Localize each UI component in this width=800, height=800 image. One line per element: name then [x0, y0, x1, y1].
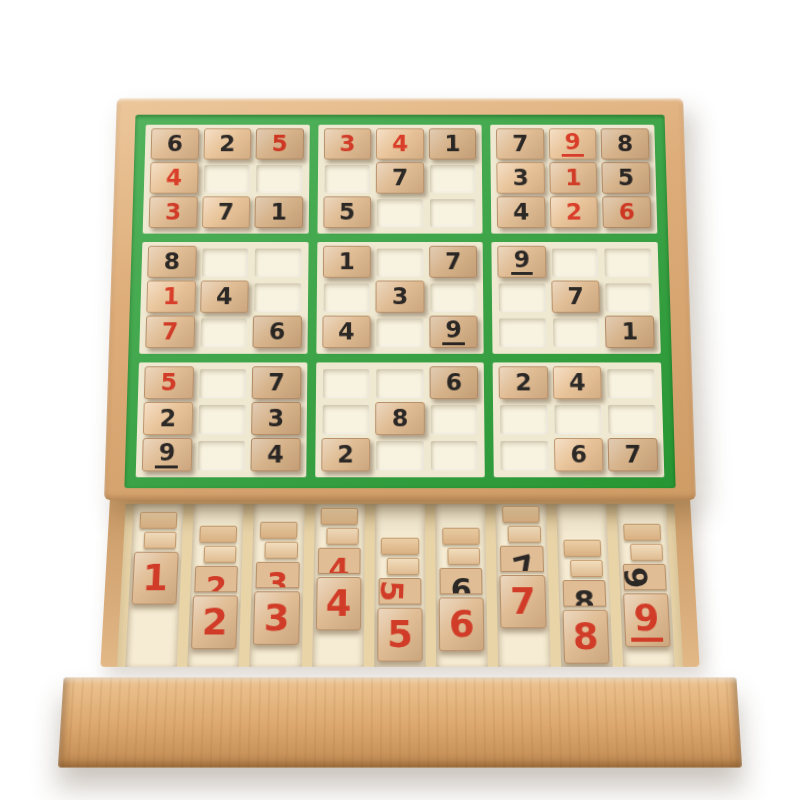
drawer-front-handle[interactable] — [58, 677, 742, 767]
board-cell-r5c1[interactable]: 1 — [147, 283, 194, 311]
board-cell-r8c1[interactable]: 2 — [144, 405, 192, 434]
board-cell-r4c6[interactable]: 7 — [430, 249, 477, 277]
board-cell-r4c4[interactable]: 1 — [324, 249, 370, 277]
tile-number: 7 — [510, 583, 536, 620]
drawer-slot-2: 22 — [187, 504, 244, 667]
number-tile[interactable]: 4 — [150, 162, 199, 193]
stacked-number-tile[interactable]: 5 — [378, 578, 421, 605]
board-cell-r4c3[interactable] — [255, 249, 302, 277]
sudoku-box: 971 — [492, 242, 661, 354]
board-cell-r1c6[interactable]: 1 — [430, 131, 476, 158]
tile-number: 7 — [162, 320, 179, 343]
sudoku-box: 17349 — [316, 242, 484, 354]
board-cell-r2c6[interactable] — [430, 165, 476, 193]
tile-number: 5 — [160, 371, 177, 394]
board-cell-r9c4[interactable]: 2 — [322, 441, 369, 470]
board-cell-r4c1[interactable]: 8 — [148, 249, 195, 277]
tile-number: 1 — [565, 167, 582, 189]
board-cell-r9c6[interactable] — [431, 441, 479, 470]
tile-number: 5 — [339, 201, 355, 223]
tile-number: 7 — [218, 201, 235, 223]
blank-wood-block[interactable] — [381, 538, 419, 555]
board-cell-r4c2[interactable] — [201, 249, 248, 277]
tile-number: 3 — [268, 407, 285, 430]
board-wooden-frame: 6254371341757983154268147617349971572394… — [104, 98, 696, 500]
board-cell-r3c5[interactable] — [377, 199, 423, 227]
board-cell-r7c3[interactable]: 7 — [253, 369, 300, 398]
drawer-interior: 12233445566778899 — [117, 504, 683, 667]
number-tile[interactable]: 1 — [549, 162, 597, 193]
tile-number: 5 — [387, 616, 413, 653]
board-cell-r4c7[interactable]: 9 — [499, 249, 546, 277]
tile-number: 7 — [392, 167, 408, 189]
tile-number: 6 — [449, 606, 475, 643]
board-cell-r2c1[interactable]: 4 — [151, 165, 198, 193]
tile-number: 2 — [159, 407, 176, 430]
number-tile[interactable]: 4 — [322, 316, 371, 348]
sudoku-box: 34175 — [317, 125, 483, 234]
number-tile[interactable]: 2 — [499, 366, 548, 399]
drawer-slot-9: 99 — [616, 504, 675, 667]
blank-wood-block[interactable] — [260, 522, 298, 539]
front-number-tile[interactable]: 7 — [500, 575, 546, 628]
board-cell-r5c4[interactable] — [323, 283, 370, 311]
board-cell-r7c7[interactable]: 2 — [500, 369, 547, 398]
tile-number: 3 — [339, 133, 355, 155]
board-cell-r8c7[interactable] — [500, 405, 548, 434]
drawer-slot-4: 44 — [312, 504, 365, 667]
tile-number: 3 — [263, 599, 290, 636]
board-cell-r1c3[interactable]: 5 — [257, 131, 303, 158]
blank-wood-block[interactable] — [199, 526, 237, 543]
board-cell-r9c5[interactable] — [376, 441, 423, 470]
number-tile[interactable]: 9 — [549, 128, 597, 159]
tile-number: 1 — [621, 320, 638, 343]
board-cell-r7c5[interactable] — [376, 369, 423, 398]
number-tile[interactable]: 7 — [496, 128, 544, 159]
tile-number: 2 — [515, 371, 532, 394]
number-tile[interactable]: 6 — [253, 316, 302, 348]
board-cell-r6c4[interactable]: 4 — [323, 318, 370, 347]
tile-number: 6 — [166, 133, 183, 155]
sudoku-box: 798315426 — [491, 125, 658, 234]
front-number-tile[interactable]: 9 — [623, 593, 671, 647]
board-cell-r1c4[interactable]: 3 — [325, 131, 371, 158]
number-tile[interactable]: 5 — [323, 196, 371, 228]
board-cell-r1c5[interactable]: 4 — [377, 131, 423, 158]
tile-number: 3 — [165, 201, 182, 223]
board-cell-r3c4[interactable]: 5 — [324, 199, 370, 227]
drawer-slot-6: 66 — [435, 504, 488, 667]
number-tile[interactable]: 3 — [251, 402, 301, 435]
tile-number: 5 — [271, 133, 287, 155]
drawer-slot-8: 88 — [556, 504, 613, 667]
tile-number: 6 — [269, 320, 286, 343]
number-tile[interactable]: 8 — [601, 128, 649, 159]
tile-number: 9 — [511, 249, 533, 275]
blank-wood-block[interactable] — [139, 512, 177, 529]
tile-number: 3 — [513, 167, 529, 189]
blank-wood-block[interactable] — [563, 540, 601, 557]
blank-wood-block[interactable] — [448, 548, 481, 565]
board-cell-r3c2[interactable]: 7 — [203, 199, 250, 227]
stacked-number-tile[interactable]: 4 — [317, 548, 360, 574]
sudoku-box: 682 — [315, 362, 485, 477]
tile-number: 7 — [512, 133, 528, 155]
blank-wood-block[interactable] — [442, 528, 480, 545]
number-tile[interactable]: 9 — [142, 438, 192, 471]
tile-number: 5 — [387, 580, 412, 602]
blank-wood-block[interactable] — [570, 560, 603, 577]
number-tile[interactable]: 3 — [324, 128, 372, 159]
drawer-slot-5: 55 — [374, 504, 426, 667]
number-tile[interactable]: 7 — [429, 246, 477, 278]
number-tile[interactable]: 2 — [321, 438, 371, 471]
sudoku-box: 6254371 — [143, 125, 310, 234]
sudoku-box: 572394 — [136, 362, 307, 477]
board-cell-r8c2[interactable] — [198, 405, 246, 434]
board-cell-r1c2[interactable]: 2 — [204, 131, 250, 158]
tile-number: 4 — [569, 371, 586, 394]
sudoku-box: 81476 — [139, 242, 308, 354]
number-tile[interactable]: 5 — [602, 162, 651, 193]
tile-drawer[interactable]: 12233445566778899 — [95, 498, 706, 768]
board-cell-r7c6[interactable]: 6 — [430, 369, 477, 398]
board-cell-r5c8[interactable]: 7 — [552, 283, 599, 311]
board-cell-r6c1[interactable]: 7 — [146, 318, 193, 347]
board-cell-r5c9[interactable] — [606, 283, 653, 311]
tile-number: 1 — [142, 560, 169, 597]
number-tile[interactable]: 7 — [145, 316, 194, 348]
board-cell-r2c5[interactable]: 7 — [377, 165, 423, 193]
tile-number: 4 — [513, 201, 529, 223]
board-cell-r5c6[interactable] — [430, 283, 477, 311]
tile-number: 9 — [631, 565, 658, 589]
tile-number: 9 — [562, 131, 584, 157]
number-tile[interactable]: 7 — [252, 366, 301, 399]
tile-number: 4 — [328, 549, 349, 573]
blank-wood-block[interactable] — [630, 544, 663, 561]
number-tile[interactable]: 4 — [200, 281, 249, 313]
front-number-tile[interactable]: 5 — [377, 608, 423, 662]
tile-number: 4 — [216, 285, 233, 308]
front-number-tile[interactable]: 4 — [316, 577, 362, 630]
number-tile[interactable]: 5 — [256, 128, 304, 159]
front-number-tile[interactable]: 6 — [439, 597, 485, 651]
tile-number: 8 — [573, 581, 595, 606]
board-cell-r1c7[interactable]: 7 — [497, 131, 543, 158]
blank-wood-block[interactable] — [326, 528, 359, 545]
board-cell-r2c9[interactable]: 5 — [603, 165, 650, 193]
tile-number: 6 — [450, 569, 472, 593]
sudoku-board: 6254371341757983154268147617349971572394… — [104, 98, 696, 500]
blank-wood-block[interactable] — [321, 508, 358, 525]
tile-number: 2 — [205, 567, 227, 591]
tile-number: 9 — [442, 318, 464, 345]
number-tile[interactable]: 6 — [429, 366, 478, 399]
tile-number: 2 — [566, 201, 583, 223]
tile-number: 5 — [618, 167, 635, 189]
number-tile[interactable]: 7 — [608, 438, 658, 471]
blank-wood-block[interactable] — [204, 546, 237, 563]
board-cell-r6c2[interactable] — [200, 318, 247, 347]
number-tile[interactable]: 4 — [376, 128, 424, 159]
board-cell-r6c7[interactable] — [499, 318, 546, 347]
board-cell-r5c2[interactable]: 4 — [201, 283, 248, 311]
board-cell-r6c3[interactable]: 6 — [254, 318, 301, 347]
tile-number: 2 — [201, 604, 228, 641]
stacked-number-tile[interactable]: 6 — [440, 568, 483, 594]
tile-number: 7 — [624, 443, 641, 467]
tile-number: 3 — [392, 285, 408, 308]
number-tile[interactable]: 7 — [551, 281, 600, 313]
tile-number: 6 — [570, 443, 587, 467]
front-number-tile[interactable]: 3 — [253, 591, 299, 645]
stacked-number-tile[interactable]: 3 — [256, 562, 299, 588]
tile-number: 2 — [337, 443, 354, 467]
board-cell-r3c3[interactable]: 1 — [255, 199, 301, 227]
tile-number: 6 — [619, 201, 636, 223]
tile-number: 7 — [567, 285, 584, 308]
stacked-number-tile[interactable]: 9 — [623, 564, 667, 590]
board-cell-r4c5[interactable] — [377, 249, 423, 277]
board-cell-r8c5[interactable]: 8 — [376, 405, 423, 434]
board-cell-r2c8[interactable]: 1 — [550, 165, 596, 193]
board-cell-r3c1[interactable]: 3 — [150, 199, 197, 227]
tile-number: 1 — [444, 133, 460, 155]
number-tile[interactable]: 3 — [497, 162, 545, 193]
board-cell-r2c7[interactable]: 3 — [498, 165, 544, 193]
tile-number: 1 — [271, 201, 287, 223]
board-cell-r7c9[interactable] — [607, 369, 655, 398]
board-cell-r8c4[interactable] — [322, 405, 369, 434]
tile-number: 8 — [163, 250, 180, 273]
number-tile[interactable]: 1 — [323, 246, 371, 278]
tile-number: 4 — [392, 133, 408, 155]
board-cell-r1c9[interactable]: 8 — [602, 131, 648, 158]
board-cell-r3c7[interactable]: 4 — [498, 199, 544, 227]
tile-number: 4 — [166, 167, 183, 189]
number-tile[interactable]: 1 — [255, 196, 303, 228]
board-cell-r2c3[interactable] — [256, 165, 302, 193]
board-cell-r8c9[interactable] — [608, 405, 656, 434]
number-tile[interactable]: 5 — [144, 366, 194, 399]
number-tile[interactable]: 6 — [151, 128, 199, 159]
number-tile[interactable]: 8 — [375, 402, 424, 435]
number-tile[interactable]: 4 — [497, 196, 545, 228]
tile-number: 6 — [446, 371, 463, 394]
board-cell-r9c2[interactable] — [197, 441, 245, 470]
stacked-number-tile[interactable]: 7 — [500, 546, 543, 572]
blank-wood-block[interactable] — [265, 542, 298, 559]
blank-wood-block[interactable] — [387, 558, 420, 575]
tile-number: 4 — [325, 585, 351, 622]
blank-wood-block[interactable] — [508, 526, 541, 543]
board-cell-r9c7[interactable] — [501, 441, 549, 470]
board-cell-r5c5[interactable]: 3 — [377, 283, 424, 311]
board-cell-r6c5[interactable] — [377, 318, 424, 347]
front-number-tile[interactable]: 2 — [191, 595, 238, 649]
number-tile[interactable]: 9 — [498, 246, 547, 278]
blank-wood-block[interactable] — [623, 524, 661, 541]
tile-number: 9 — [630, 599, 664, 641]
sudoku-box: 2467 — [493, 362, 664, 477]
drawer-slot-1: 1 — [125, 504, 184, 667]
tile-number: 4 — [267, 443, 284, 467]
board-cell-r2c2[interactable] — [203, 165, 249, 193]
board-cell-r1c8[interactable]: 9 — [550, 131, 596, 158]
board-cell-r9c9[interactable]: 7 — [609, 441, 657, 470]
tile-number: 9 — [155, 441, 178, 468]
number-tile[interactable]: 1 — [605, 316, 654, 348]
board-cell-r8c3[interactable]: 3 — [252, 405, 300, 434]
number-tile[interactable]: 2 — [143, 402, 193, 435]
tile-number: 7 — [445, 250, 461, 273]
number-tile[interactable]: 2 — [550, 196, 599, 228]
board-cell-r6c9[interactable]: 1 — [606, 318, 653, 347]
number-tile[interactable]: 7 — [202, 196, 251, 228]
number-tile[interactable]: 6 — [603, 196, 652, 228]
board-cell-r9c3[interactable]: 4 — [252, 441, 300, 470]
tile-number: 8 — [572, 618, 599, 655]
number-tile[interactable]: 4 — [553, 366, 603, 399]
drawer-slot-7: 77 — [495, 504, 550, 667]
board-cell-r5c3[interactable] — [254, 283, 301, 311]
board-cell-r5c7[interactable] — [499, 283, 546, 311]
board-cell-r9c1[interactable]: 9 — [143, 441, 191, 470]
board-cell-r7c8[interactable]: 4 — [554, 369, 602, 398]
board-cell-r4c8[interactable] — [552, 249, 599, 277]
number-tile[interactable]: 1 — [429, 128, 477, 159]
tile-number: 1 — [339, 250, 355, 273]
sudoku-product-photo: 6254371341757983154268147617349971572394… — [0, 0, 800, 800]
board-cell-r7c4[interactable] — [323, 369, 370, 398]
number-tile[interactable]: 1 — [146, 281, 195, 313]
tile-number: 1 — [162, 285, 179, 308]
board-cell-r6c6[interactable]: 9 — [430, 318, 477, 347]
number-tile[interactable]: 7 — [376, 162, 424, 193]
board-cell-r3c6[interactable] — [430, 199, 476, 227]
board-cell-r6c8[interactable] — [553, 318, 600, 347]
board-cell-r1c1[interactable]: 6 — [152, 131, 198, 158]
board-cell-r7c1[interactable]: 5 — [145, 369, 193, 398]
front-number-tile[interactable]: 1 — [132, 552, 179, 605]
tile-number: 4 — [338, 320, 355, 343]
stacked-number-tile[interactable]: 2 — [195, 566, 239, 592]
board-cell-r7c2[interactable] — [199, 369, 247, 398]
board-cell-r8c6[interactable] — [430, 405, 477, 434]
blank-wood-block[interactable] — [502, 506, 540, 523]
board-cell-r3c9[interactable]: 6 — [604, 199, 651, 227]
number-tile[interactable]: 4 — [251, 438, 301, 471]
tile-number: 7 — [508, 546, 535, 572]
board-cell-r3c8[interactable]: 2 — [551, 199, 598, 227]
board-cell-r8c8[interactable] — [554, 405, 602, 434]
board-cell-r2c4[interactable] — [324, 165, 370, 193]
tile-number: 3 — [267, 563, 289, 587]
tile-number: 2 — [219, 133, 235, 155]
blank-wood-block[interactable] — [144, 532, 177, 549]
number-tile[interactable]: 6 — [554, 438, 604, 471]
number-tile[interactable]: 8 — [147, 246, 196, 278]
number-tile[interactable]: 9 — [429, 316, 478, 348]
board-cell-r9c8[interactable]: 6 — [555, 441, 603, 470]
tile-number: 8 — [617, 133, 634, 155]
front-number-tile[interactable]: 8 — [562, 610, 609, 664]
tile-number: 8 — [392, 407, 409, 430]
tile-number: 7 — [268, 371, 285, 394]
drawer-case: 12233445566778899 — [100, 498, 699, 667]
number-tile[interactable]: 3 — [376, 281, 425, 313]
number-tile[interactable]: 2 — [203, 128, 251, 159]
drawer-slot-3: 33 — [250, 504, 305, 667]
sudoku-grid: 6254371341757983154268147617349971572394… — [124, 115, 675, 488]
number-tile[interactable]: 3 — [149, 196, 198, 228]
stacked-number-tile[interactable]: 8 — [562, 580, 606, 607]
board-cell-r4c9[interactable] — [605, 249, 652, 277]
